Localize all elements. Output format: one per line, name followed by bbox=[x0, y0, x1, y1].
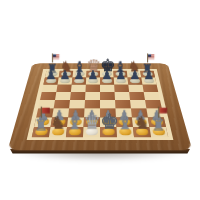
square-e6[interactable] bbox=[100, 85, 115, 92]
piece-glyph: ♞ bbox=[134, 115, 151, 132]
piece-glyph: ♟ bbox=[72, 69, 86, 81]
square-a5[interactable] bbox=[40, 92, 56, 100]
square-e5[interactable] bbox=[100, 92, 115, 100]
piece-glyph: ♝ bbox=[66, 114, 83, 132]
chess-board: ♜♞♝♛♚♝♞♜♟♟♟♟♟♟♟♟♟♟♟♟♟♟♟♟♜♞♝♛♚♝♞♜ bbox=[8, 63, 193, 150]
square-f6[interactable] bbox=[114, 85, 129, 92]
square-c7[interactable]: ♟ bbox=[72, 78, 87, 85]
square-b1[interactable]: ♞ bbox=[49, 127, 67, 137]
square-c1[interactable]: ♝ bbox=[66, 127, 84, 137]
square-d1[interactable]: ♛ bbox=[83, 127, 100, 137]
square-d6[interactable] bbox=[85, 85, 100, 92]
square-a6[interactable] bbox=[42, 85, 58, 92]
square-g7[interactable]: ♟ bbox=[128, 78, 143, 85]
piece-glyph: ♝ bbox=[117, 114, 134, 132]
square-b5[interactable] bbox=[55, 92, 71, 100]
square-b7[interactable]: ♟ bbox=[58, 78, 73, 85]
piece-glyph: ♟ bbox=[44, 69, 58, 81]
us-flag-icon bbox=[53, 54, 59, 59]
perspective-scene: ♜♞♝♛♚♝♞♜♟♟♟♟♟♟♟♟♟♟♟♟♟♟♟♟♜♞♝♛♚♝♞♜ bbox=[0, 0, 200, 200]
square-a7[interactable]: ♟ bbox=[43, 78, 58, 85]
piece-glyph: ♟ bbox=[100, 69, 114, 81]
piece-glyph: ♟ bbox=[86, 69, 100, 81]
square-b6[interactable] bbox=[56, 85, 71, 92]
piece-glyph: ♜ bbox=[33, 116, 50, 132]
square-h1[interactable]: ♜ bbox=[149, 127, 168, 137]
square-h5[interactable] bbox=[144, 92, 160, 100]
piece-glyph: ♜ bbox=[150, 116, 167, 132]
piece-glyph: ♟ bbox=[58, 69, 72, 81]
board-grid: ♜♞♝♛♚♝♞♜♟♟♟♟♟♟♟♟♟♟♟♟♟♟♟♟♜♞♝♛♚♝♞♜ bbox=[27, 69, 174, 140]
piece-glyph: ♚ bbox=[100, 111, 117, 132]
piece-glyph: ♟ bbox=[142, 69, 156, 81]
square-h7[interactable]: ♟ bbox=[141, 78, 156, 85]
square-c5[interactable] bbox=[70, 92, 85, 100]
confederate-flag-icon bbox=[160, 107, 168, 113]
square-g1[interactable]: ♞ bbox=[133, 127, 151, 137]
square-f5[interactable] bbox=[115, 92, 130, 100]
piece-glyph: ♟ bbox=[114, 69, 128, 81]
chess-set-photo: ♜♞♝♛♚♝♞♜♟♟♟♟♟♟♟♟♟♟♟♟♟♟♟♟♜♞♝♛♚♝♞♜ bbox=[0, 0, 200, 200]
square-e7[interactable]: ♟ bbox=[100, 78, 114, 85]
confederate-flag-icon bbox=[42, 107, 50, 113]
square-c6[interactable] bbox=[71, 85, 86, 92]
square-f7[interactable]: ♟ bbox=[114, 78, 129, 85]
square-d5[interactable] bbox=[85, 92, 100, 100]
us-flag-icon bbox=[148, 54, 154, 59]
piece-glyph: ♞ bbox=[50, 115, 67, 132]
square-h6[interactable] bbox=[142, 85, 158, 92]
square-a1[interactable]: ♜ bbox=[32, 127, 51, 137]
square-g6[interactable] bbox=[128, 85, 143, 92]
square-d7[interactable]: ♟ bbox=[86, 78, 100, 85]
square-f1[interactable]: ♝ bbox=[116, 127, 134, 137]
piece-glyph: ♛ bbox=[83, 112, 100, 132]
piece-glyph: ♟ bbox=[128, 69, 142, 81]
square-g5[interactable] bbox=[129, 92, 145, 100]
square-e1[interactable]: ♚ bbox=[100, 127, 117, 137]
